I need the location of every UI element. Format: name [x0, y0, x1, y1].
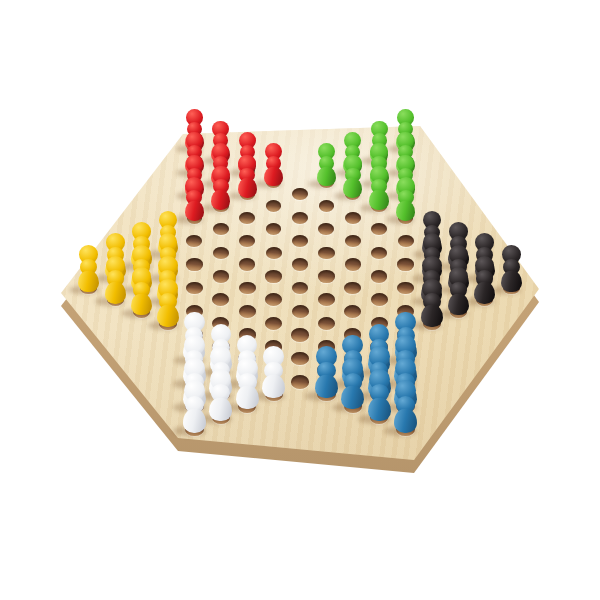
peg-base: [264, 167, 283, 186]
peg-blue[interactable]: [341, 358, 365, 410]
peg-base: [105, 282, 126, 304]
peg-base: [262, 375, 285, 398]
peg-base: [368, 398, 391, 422]
peg-yellow[interactable]: [104, 256, 126, 304]
peg-red[interactable]: [184, 177, 204, 222]
peg-blue[interactable]: [394, 380, 418, 433]
peg-green[interactable]: [343, 155, 363, 199]
peg-base: [421, 305, 442, 327]
peg-base: [78, 271, 99, 292]
peg-blue[interactable]: [367, 369, 391, 422]
peg-base: [396, 201, 416, 221]
peg-green[interactable]: [317, 143, 337, 186]
peg-base: [394, 409, 417, 433]
peg-red[interactable]: [211, 166, 231, 210]
peg-base: [131, 294, 152, 316]
peg-white[interactable]: [262, 346, 286, 398]
peg-red[interactable]: [264, 143, 284, 186]
peg-red[interactable]: [237, 155, 257, 199]
peg-base: [474, 282, 495, 304]
peg-base: [317, 167, 336, 186]
peg-black[interactable]: [474, 256, 496, 304]
peg-base: [209, 398, 232, 422]
peg-base: [236, 386, 259, 409]
peg-black[interactable]: [447, 267, 469, 315]
peg-black[interactable]: [500, 245, 522, 292]
peg-yellow[interactable]: [131, 267, 153, 315]
peg-base: [157, 305, 178, 327]
peg-blue[interactable]: [315, 346, 339, 398]
peg-black[interactable]: [421, 279, 443, 328]
peg-yellow[interactable]: [78, 245, 100, 292]
peg-white[interactable]: [209, 369, 233, 422]
peg-base: [315, 375, 338, 398]
peg-base: [501, 271, 522, 292]
peg-base: [369, 190, 388, 210]
pegs-layer: [0, 0, 600, 600]
peg-green[interactable]: [369, 166, 389, 210]
peg-base: [341, 386, 364, 409]
peg-yellow[interactable]: [157, 279, 179, 328]
peg-white[interactable]: [235, 358, 259, 410]
peg-base: [183, 409, 206, 433]
peg-base: [211, 190, 230, 210]
peg-base: [343, 178, 362, 198]
peg-base: [238, 178, 257, 198]
peg-green[interactable]: [395, 177, 415, 222]
peg-base: [185, 201, 205, 221]
peg-base: [448, 294, 469, 316]
peg-white[interactable]: [182, 380, 206, 433]
chinese-checkers-board-photo: [0, 0, 600, 600]
